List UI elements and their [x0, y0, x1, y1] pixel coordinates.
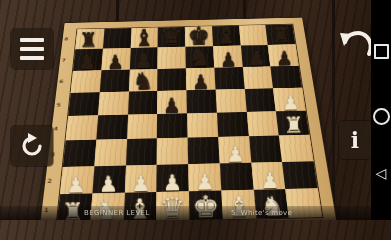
rank-label-6: 6: [58, 70, 65, 92]
square-c6[interactable]: ♞: [129, 69, 158, 92]
piece-black-pawn-h7[interactable]: ♟: [270, 48, 299, 68]
piece-black-knight-e7[interactable]: ♞: [185, 46, 214, 69]
piece-black-pawn-b7[interactable]: ♟: [101, 52, 130, 72]
rotate-icon: [18, 132, 46, 160]
square-c4[interactable]: [127, 114, 158, 139]
square-e2[interactable]: ♟: [188, 163, 221, 191]
square-e4[interactable]: [187, 113, 218, 138]
square-b5[interactable]: [98, 91, 129, 115]
square-b4[interactable]: [96, 115, 127, 140]
square-b2[interactable]: ♟: [92, 165, 125, 193]
square-a3[interactable]: [63, 140, 96, 167]
back-triangle-icon[interactable]: ◁: [376, 166, 387, 180]
piece-black-bishop-c8[interactable]: ♝: [130, 26, 158, 50]
move-indicator: 5. White's move: [231, 209, 292, 217]
square-g4[interactable]: [246, 111, 279, 136]
rank-label-8: 8: [63, 29, 69, 49]
piece-white-pawn-b2[interactable]: ♟: [92, 173, 125, 195]
status-bar: BEGINNER LEVEL 5. White's move: [0, 206, 371, 220]
square-d6[interactable]: [157, 68, 186, 91]
square-h8[interactable]: ♜: [265, 24, 295, 45]
piece-black-pawn-e6[interactable]: ♟: [186, 72, 215, 92]
square-a7[interactable]: ♟: [73, 49, 103, 71]
piece-white-pawn-h5[interactable]: ♟: [276, 92, 306, 113]
square-d5[interactable]: ♟: [157, 90, 187, 114]
piece-black-pawn-a7[interactable]: ♟: [73, 52, 102, 72]
square-e7[interactable]: ♞: [185, 46, 214, 68]
recents-square-icon[interactable]: [374, 44, 389, 59]
square-d3[interactable]: [157, 138, 188, 165]
info-button[interactable]: i: [339, 121, 371, 159]
square-g5[interactable]: [244, 88, 276, 112]
square-a5[interactable]: [68, 92, 99, 116]
square-h2[interactable]: [282, 161, 318, 189]
android-navbar: ◁: [371, 0, 391, 220]
piece-black-rook-a8[interactable]: ♜: [75, 30, 103, 51]
menu-button[interactable]: [11, 29, 53, 69]
piece-black-pawn-d5[interactable]: ♟: [157, 95, 187, 116]
square-b3[interactable]: [94, 139, 126, 166]
piece-black-pawn-f7[interactable]: ♟: [214, 49, 243, 69]
square-a4[interactable]: [66, 115, 98, 140]
square-g2[interactable]: ♟: [251, 162, 286, 190]
piece-black-queen-d8[interactable]: ♛: [157, 24, 185, 49]
square-h7[interactable]: ♟: [268, 44, 299, 66]
piece-white-pawn-f3[interactable]: ♟: [219, 143, 251, 165]
piece-white-pawn-g2[interactable]: ♟: [253, 169, 286, 191]
square-c8[interactable]: ♝: [130, 28, 158, 49]
piece-white-rook-h4[interactable]: ♜: [279, 114, 310, 137]
square-d2[interactable]: ♟: [157, 164, 189, 192]
square-a2[interactable]: ♟: [60, 166, 94, 194]
rank-label-5: 5: [55, 93, 62, 117]
square-e3[interactable]: [188, 137, 220, 164]
square-f8[interactable]: ♝: [212, 26, 241, 47]
piece-white-pawn-c2[interactable]: ♟: [124, 172, 157, 194]
piece-white-pawn-a2[interactable]: ♟: [59, 173, 92, 195]
square-a8[interactable]: ♜: [75, 29, 104, 50]
rank-label-2: 2: [46, 167, 54, 195]
square-g3[interactable]: [249, 136, 283, 163]
square-h4[interactable]: ♜: [276, 111, 309, 136]
home-circle-icon[interactable]: [373, 108, 390, 125]
square-b7[interactable]: ♟: [101, 48, 130, 70]
piece-black-rook-h8[interactable]: ♜: [268, 26, 296, 47]
piece-black-knight-c6[interactable]: ♞: [128, 69, 157, 93]
undo-icon: [338, 26, 374, 60]
square-h5[interactable]: ♟: [273, 87, 306, 111]
menu-icon: [20, 38, 44, 42]
square-h3[interactable]: [279, 135, 313, 161]
piece-black-bishop-f8[interactable]: ♝: [212, 24, 240, 48]
info-icon: i: [351, 129, 359, 151]
chess-board-scene: ♜♝♛♚♝♜♟♟♟♞♟♟♟♞♟♟♟♜♟♟♟♟♟♟♟♜♞♝♛♚♝♞ ABCDEFG…: [52, 0, 319, 220]
board-frame: ♜♝♛♚♝♜♟♟♟♞♟♟♟♞♟♟♟♜♟♟♟♟♟♟♟♜♞♝♛♚♝♞ ABCDEFG…: [37, 17, 339, 220]
square-f5[interactable]: [215, 89, 246, 113]
square-d8[interactable]: ♛: [158, 27, 186, 48]
rotate-board-button[interactable]: [11, 126, 53, 166]
square-c2[interactable]: ♟: [124, 164, 156, 192]
chess-board[interactable]: ♜♝♛♚♝♜♟♟♟♞♟♟♟♞♟♟♟♜♟♟♟♟♟♟♟♜♞♝♛♚♝♞: [56, 24, 324, 220]
piece-black-pawn-g7[interactable]: ♟: [242, 49, 271, 69]
rank-label-4: 4: [52, 116, 59, 141]
rank-label-7: 7: [61, 49, 67, 70]
level-label: BEGINNER LEVEL: [84, 209, 150, 217]
square-c3[interactable]: [126, 139, 158, 166]
wood-seam: [243, 0, 246, 220]
